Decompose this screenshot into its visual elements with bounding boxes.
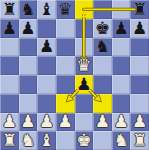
piece-white-pawn: ♟ [58,113,73,130]
square-f8[interactable] [93,0,112,19]
square-e7[interactable] [75,19,94,38]
square-e5[interactable]: ♛ [75,56,94,75]
square-g2[interactable]: ♟ [112,113,131,132]
square-h5[interactable] [130,56,149,75]
square-g5[interactable] [112,56,131,75]
square-d7[interactable] [56,19,75,38]
square-d3[interactable] [56,94,75,113]
square-g7[interactable]: ♟ [112,19,131,38]
piece-black-pawn: ♟ [76,76,91,93]
square-b8[interactable]: ♞ [19,0,38,19]
piece-black-pawn: ♟ [113,20,128,37]
piece-white-pawn: ♟ [20,113,35,130]
square-h8[interactable]: ♜ [130,0,149,19]
square-g8[interactable] [112,0,131,19]
square-c3[interactable] [37,94,56,113]
piece-white-pawn: ♟ [132,113,147,130]
square-b7[interactable]: ♟ [19,19,38,38]
square-e1[interactable]: ♚ [75,131,94,150]
piece-black-bishop: ♝ [39,1,54,18]
square-a7[interactable]: ♟ [0,19,19,38]
square-h1[interactable]: ♜ [130,131,149,150]
piece-black-king: ♚ [95,20,110,37]
square-e4[interactable]: ♟ [75,75,94,94]
piece-white-pawn: ♟ [39,113,54,130]
piece-white-king: ♚ [76,132,91,149]
square-c7[interactable] [37,19,56,38]
square-a8[interactable]: ♜ [0,0,19,19]
square-f5[interactable] [93,56,112,75]
square-f6[interactable]: ♞ [93,38,112,57]
square-h7[interactable]: ♟ [130,19,149,38]
square-a5[interactable] [0,56,19,75]
square-b3[interactable] [19,94,38,113]
piece-white-queen: ♛ [76,57,91,74]
piece-white-bishop: ♝ [39,132,54,149]
piece-black-rook: ♜ [2,1,17,18]
square-c1[interactable]: ♝ [37,131,56,150]
square-h6[interactable] [130,38,149,57]
square-b5[interactable] [19,56,38,75]
square-b2[interactable]: ♟ [19,113,38,132]
square-d1[interactable] [56,131,75,150]
square-h2[interactable]: ♟ [130,113,149,132]
piece-black-rook: ♜ [132,1,147,18]
square-f3[interactable] [93,94,112,113]
piece-black-pawn: ♟ [20,20,35,37]
piece-white-pawn: ♟ [95,113,110,130]
piece-black-knight: ♞ [95,38,110,55]
square-a4[interactable] [0,75,19,94]
piece-black-pawn: ♟ [39,38,54,55]
square-d8[interactable]: ♛ [56,0,75,19]
square-c6[interactable]: ♟ [37,38,56,57]
square-f2[interactable]: ♟ [93,113,112,132]
piece-white-knight: ♞ [20,132,35,149]
square-g6[interactable] [112,38,131,57]
square-f7[interactable]: ♚ [93,19,112,38]
square-d6[interactable] [56,38,75,57]
square-g3[interactable] [112,94,131,113]
square-g1[interactable]: ♞ [112,131,131,150]
square-a6[interactable] [0,38,19,57]
square-b6[interactable] [19,38,38,57]
square-h4[interactable] [130,75,149,94]
piece-black-knight: ♞ [20,1,35,18]
piece-white-pawn: ♟ [2,113,17,130]
piece-white-rook: ♜ [2,132,17,149]
square-d2[interactable]: ♟ [56,113,75,132]
piece-white-rook: ♜ [132,132,147,149]
square-e6[interactable] [75,38,94,57]
piece-black-queen: ♛ [58,1,73,18]
chess-board: ♜♞♝♛♜♟♟♚♟♟♟♞♛♟♟♟♟♟♟♟♟♜♞♝♚♞♜ [0,0,149,150]
square-b4[interactable] [19,75,38,94]
square-c4[interactable] [37,75,56,94]
square-d4[interactable] [56,75,75,94]
square-f4[interactable] [93,75,112,94]
piece-black-pawn: ♟ [132,20,147,37]
square-g4[interactable] [112,75,131,94]
square-c5[interactable] [37,56,56,75]
square-a2[interactable]: ♟ [0,113,19,132]
piece-white-knight: ♞ [113,132,128,149]
piece-black-pawn: ♟ [2,20,17,37]
square-a1[interactable]: ♜ [0,131,19,150]
square-d5[interactable] [56,56,75,75]
square-c2[interactable]: ♟ [37,113,56,132]
chess-app: ♜♞♝♛♜♟♟♚♟♟♟♞♛♟♟♟♟♟♟♟♟♜♞♝♚♞♜ [0,0,149,150]
piece-white-pawn: ♟ [113,113,128,130]
square-a3[interactable] [0,94,19,113]
square-b1[interactable]: ♞ [19,131,38,150]
square-h3[interactable] [130,94,149,113]
square-c8[interactable]: ♝ [37,0,56,19]
square-f1[interactable] [93,131,112,150]
square-e3[interactable] [75,94,94,113]
square-e8[interactable] [75,0,94,19]
square-e2[interactable] [75,113,94,132]
